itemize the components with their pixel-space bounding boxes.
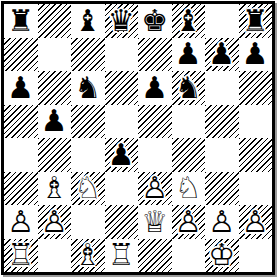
square-d6 (105, 71, 139, 105)
square-c7 (71, 38, 105, 72)
square-g2: ♟♙ (205, 205, 239, 239)
black-knight: ♞♞ (71, 71, 105, 105)
square-h7: ♟♟ (239, 38, 273, 72)
black-rook: ♜♜ (4, 4, 38, 38)
square-e1 (138, 239, 172, 273)
square-b3: ♝♗ (38, 172, 72, 206)
square-e3: ♟♙ (138, 172, 172, 206)
square-d7 (105, 38, 139, 72)
black-pawn: ♟♟ (4, 71, 38, 105)
square-g8 (205, 4, 239, 38)
square-g4 (205, 138, 239, 172)
square-g7: ♟♟ (205, 38, 239, 72)
square-a4 (4, 138, 38, 172)
white-rook: ♜♖ (4, 239, 38, 273)
black-pawn: ♟♟ (105, 138, 139, 172)
square-g3 (205, 172, 239, 206)
square-a2: ♟♙ (4, 205, 38, 239)
white-knight: ♞♘ (71, 172, 105, 206)
square-h5 (239, 105, 273, 139)
white-pawn: ♟♙ (205, 205, 239, 239)
square-c8: ♝♝ (71, 4, 105, 38)
square-b7 (38, 38, 72, 72)
square-b8 (38, 4, 72, 38)
square-b4 (38, 138, 72, 172)
square-g1: ♚♔ (205, 239, 239, 273)
square-g5 (205, 105, 239, 139)
square-d3 (105, 172, 139, 206)
black-pawn: ♟♟ (239, 38, 273, 72)
square-b2: ♟♙ (38, 205, 72, 239)
white-king: ♚♔ (205, 239, 239, 273)
white-bishop: ♝♗ (38, 172, 72, 206)
square-b1 (38, 239, 72, 273)
square-a7 (4, 38, 38, 72)
square-e6: ♟♟ (138, 71, 172, 105)
black-queen: ♛♛ (105, 4, 139, 38)
square-d5 (105, 105, 139, 139)
square-h4 (239, 138, 273, 172)
square-d1: ♜♖ (105, 239, 139, 273)
square-a5 (4, 105, 38, 139)
square-b5: ♟♟ (38, 105, 72, 139)
square-a8: ♜♜ (4, 4, 38, 38)
black-pawn: ♟♟ (138, 71, 172, 105)
square-f5 (172, 105, 206, 139)
square-b6 (38, 71, 72, 105)
white-pawn: ♟♙ (138, 172, 172, 206)
black-bishop: ♝♝ (71, 4, 105, 38)
square-a1: ♜♖ (4, 239, 38, 273)
square-f8: ♝♝ (172, 4, 206, 38)
square-d4: ♟♟ (105, 138, 139, 172)
square-f6: ♞♞ (172, 71, 206, 105)
square-e7 (138, 38, 172, 72)
square-h1 (239, 239, 273, 273)
black-rook: ♜♜ (239, 4, 273, 38)
square-f1 (172, 239, 206, 273)
square-d8: ♛♛ (105, 4, 139, 38)
square-c5 (71, 105, 105, 139)
square-g6 (205, 71, 239, 105)
square-c4 (71, 138, 105, 172)
black-knight: ♞♞ (172, 71, 206, 105)
square-d2 (105, 205, 139, 239)
white-pawn: ♟♙ (38, 205, 72, 239)
square-h8: ♜♜ (239, 4, 273, 38)
square-e5 (138, 105, 172, 139)
chess-board: ♜♜♝♝♛♛♚♚♝♝♜♜♟♟♟♟♟♟♟♟♞♞♟♟♞♞♟♟♟♟♝♗♞♘♟♙♞♘♟♙… (1, 1, 275, 275)
black-pawn: ♟♟ (205, 38, 239, 72)
white-rook: ♜♖ (105, 239, 139, 273)
white-queen: ♛♕ (138, 205, 172, 239)
square-e4 (138, 138, 172, 172)
black-pawn: ♟♟ (172, 38, 206, 72)
square-f4 (172, 138, 206, 172)
black-pawn: ♟♟ (38, 105, 72, 139)
white-pawn: ♟♙ (172, 205, 206, 239)
square-c2 (71, 205, 105, 239)
white-pawn: ♟♙ (4, 205, 38, 239)
white-bishop: ♝♗ (71, 239, 105, 273)
white-pawn: ♟♙ (239, 205, 273, 239)
diagram-image: ♜♜♝♝♛♛♚♚♝♝♜♜♟♟♟♟♟♟♟♟♞♞♟♟♞♞♟♟♟♟♝♗♞♘♟♙♞♘♟♙… (0, 0, 280, 280)
white-knight: ♞♘ (172, 172, 206, 206)
square-a6: ♟♟ (4, 71, 38, 105)
square-e8: ♚♚ (138, 4, 172, 38)
square-h2: ♟♙ (239, 205, 273, 239)
black-bishop: ♝♝ (172, 4, 206, 38)
square-a3 (4, 172, 38, 206)
square-f2: ♟♙ (172, 205, 206, 239)
square-f7: ♟♟ (172, 38, 206, 72)
square-h3 (239, 172, 273, 206)
black-king: ♚♚ (138, 4, 172, 38)
square-f3: ♞♘ (172, 172, 206, 206)
square-e2: ♛♕ (138, 205, 172, 239)
square-c3: ♞♘ (71, 172, 105, 206)
square-h6 (239, 71, 273, 105)
square-c6: ♞♞ (71, 71, 105, 105)
square-c1: ♝♗ (71, 239, 105, 273)
